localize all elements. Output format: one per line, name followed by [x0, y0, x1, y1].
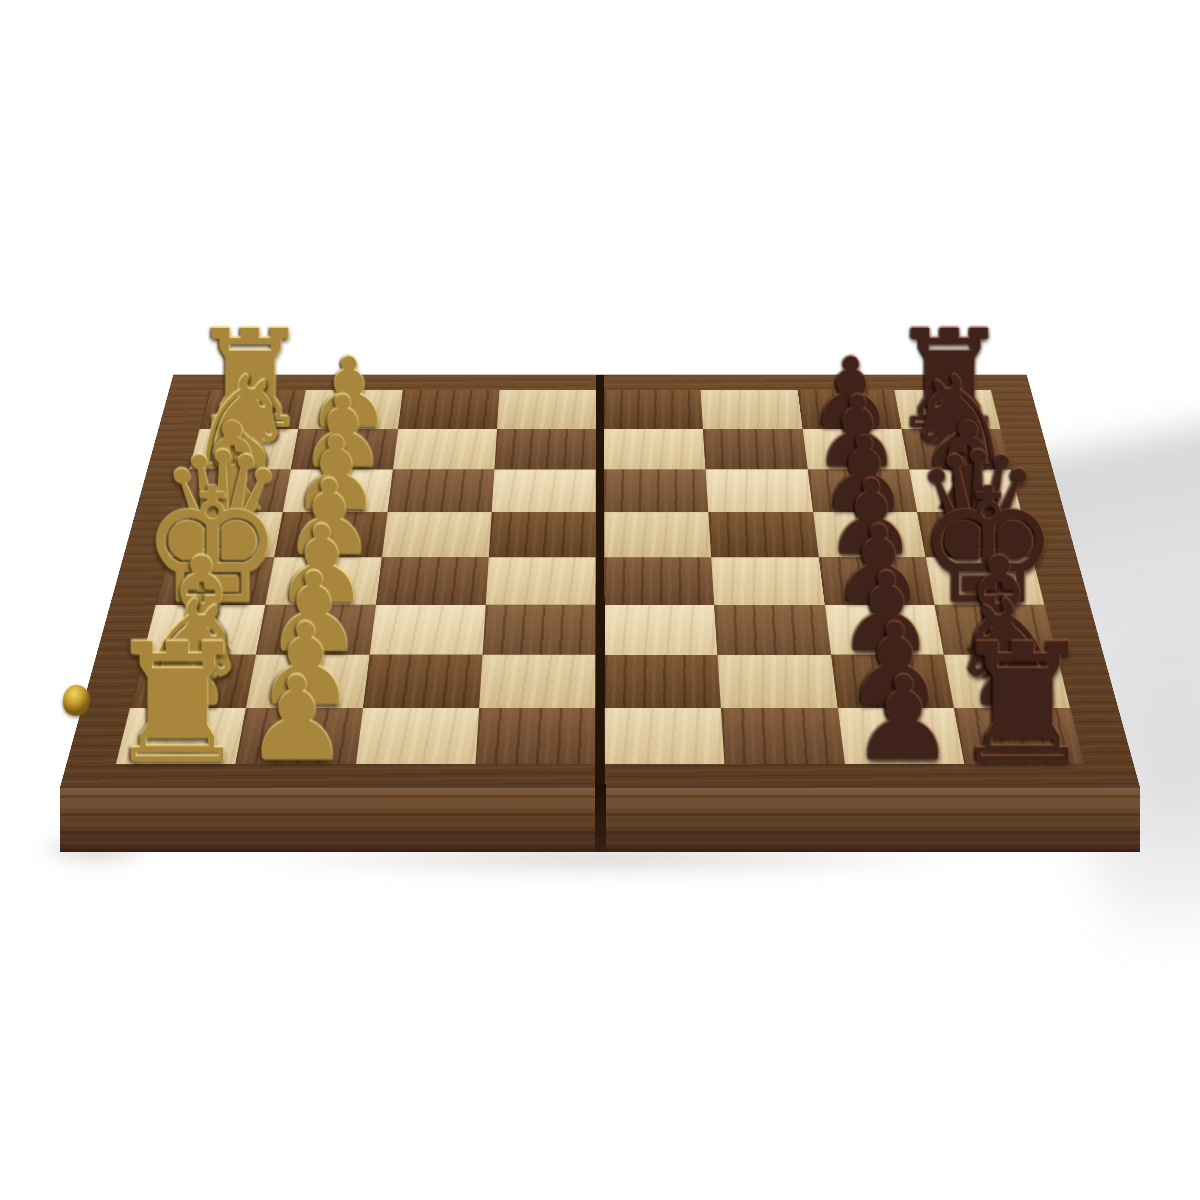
- square-h7[interactable]: ♟: [837, 708, 964, 764]
- square-h5[interactable]: [605, 708, 725, 764]
- square-f5[interactable]: [605, 605, 718, 655]
- fold-seam-front: [595, 784, 606, 852]
- square-a5[interactable]: [604, 390, 703, 429]
- square-e3[interactable]: [376, 557, 489, 604]
- board-front-edge-right: [605, 788, 1140, 852]
- squares-right-half: ♟♜♟♞♟♝♟♛♟♚♟♝♟♞♟♜: [604, 390, 1084, 764]
- square-f4[interactable]: [482, 605, 595, 655]
- camera-perspective: ♜♟♞♟♝♟♛♟♚♟♝♟♞♟♜♟ ♟♜♟♞♟♝♟♛♟♚♟♝♟♞♟♜: [0, 0, 1200, 1200]
- square-h4[interactable]: [475, 708, 595, 764]
- square-g6[interactable]: [718, 655, 838, 708]
- white-rook-h1[interactable]: ♜: [104, 629, 251, 779]
- square-b4[interactable]: [494, 429, 596, 470]
- square-b5[interactable]: [604, 429, 706, 470]
- square-h3[interactable]: [356, 708, 479, 764]
- board-front-edge-left: [60, 788, 595, 852]
- white-pawn-h2[interactable]: ♟: [245, 667, 348, 773]
- square-d3[interactable]: [382, 512, 492, 557]
- square-a4[interactable]: [497, 390, 596, 429]
- square-h6[interactable]: [721, 708, 844, 764]
- square-g3[interactable]: [363, 655, 483, 708]
- square-b6[interactable]: [703, 429, 807, 470]
- square-h8[interactable]: ♜: [954, 708, 1084, 764]
- square-a6[interactable]: [701, 390, 803, 429]
- square-f6[interactable]: [714, 605, 830, 655]
- square-e4[interactable]: [486, 557, 596, 604]
- folding-chess-board: ♜♟♞♟♝♟♛♟♚♟♝♟♞♟♜♟ ♟♜♟♞♟♝♟♛♟♚♟♝♟♞♟♜: [60, 375, 1140, 788]
- square-e6[interactable]: [711, 557, 824, 604]
- square-d4[interactable]: [489, 512, 596, 557]
- board-right-half: ♟♜♟♞♟♝♟♛♟♚♟♝♟♞♟♜: [604, 375, 1140, 788]
- square-d6[interactable]: [709, 512, 819, 557]
- black-rook-h8[interactable]: ♜: [950, 629, 1097, 779]
- square-a3[interactable]: [398, 390, 500, 429]
- square-d5[interactable]: [604, 512, 711, 557]
- square-b3[interactable]: [393, 429, 497, 470]
- square-g5[interactable]: [605, 655, 721, 708]
- square-c4[interactable]: [491, 469, 595, 512]
- square-g4[interactable]: [479, 655, 595, 708]
- board-left-half: ♜♟♞♟♝♟♛♟♚♟♝♟♞♟♜♟: [60, 375, 596, 788]
- square-e5[interactable]: [604, 557, 714, 604]
- black-pawn-h7[interactable]: ♟: [852, 667, 955, 773]
- product-photo-scene: ♜♟♞♟♝♟♛♟♚♟♝♟♞♟♜♟ ♟♜♟♞♟♝♟♛♟♚♟♝♟♞♟♜: [0, 0, 1200, 1200]
- square-c5[interactable]: [604, 469, 708, 512]
- square-h1[interactable]: ♜: [116, 708, 246, 764]
- square-f3[interactable]: [369, 605, 485, 655]
- square-c3[interactable]: [387, 469, 494, 512]
- square-h2[interactable]: ♟: [236, 708, 363, 764]
- square-c6[interactable]: [706, 469, 813, 512]
- squares-left-half: ♜♟♞♟♝♟♛♟♚♟♝♟♞♟♜♟: [116, 390, 596, 764]
